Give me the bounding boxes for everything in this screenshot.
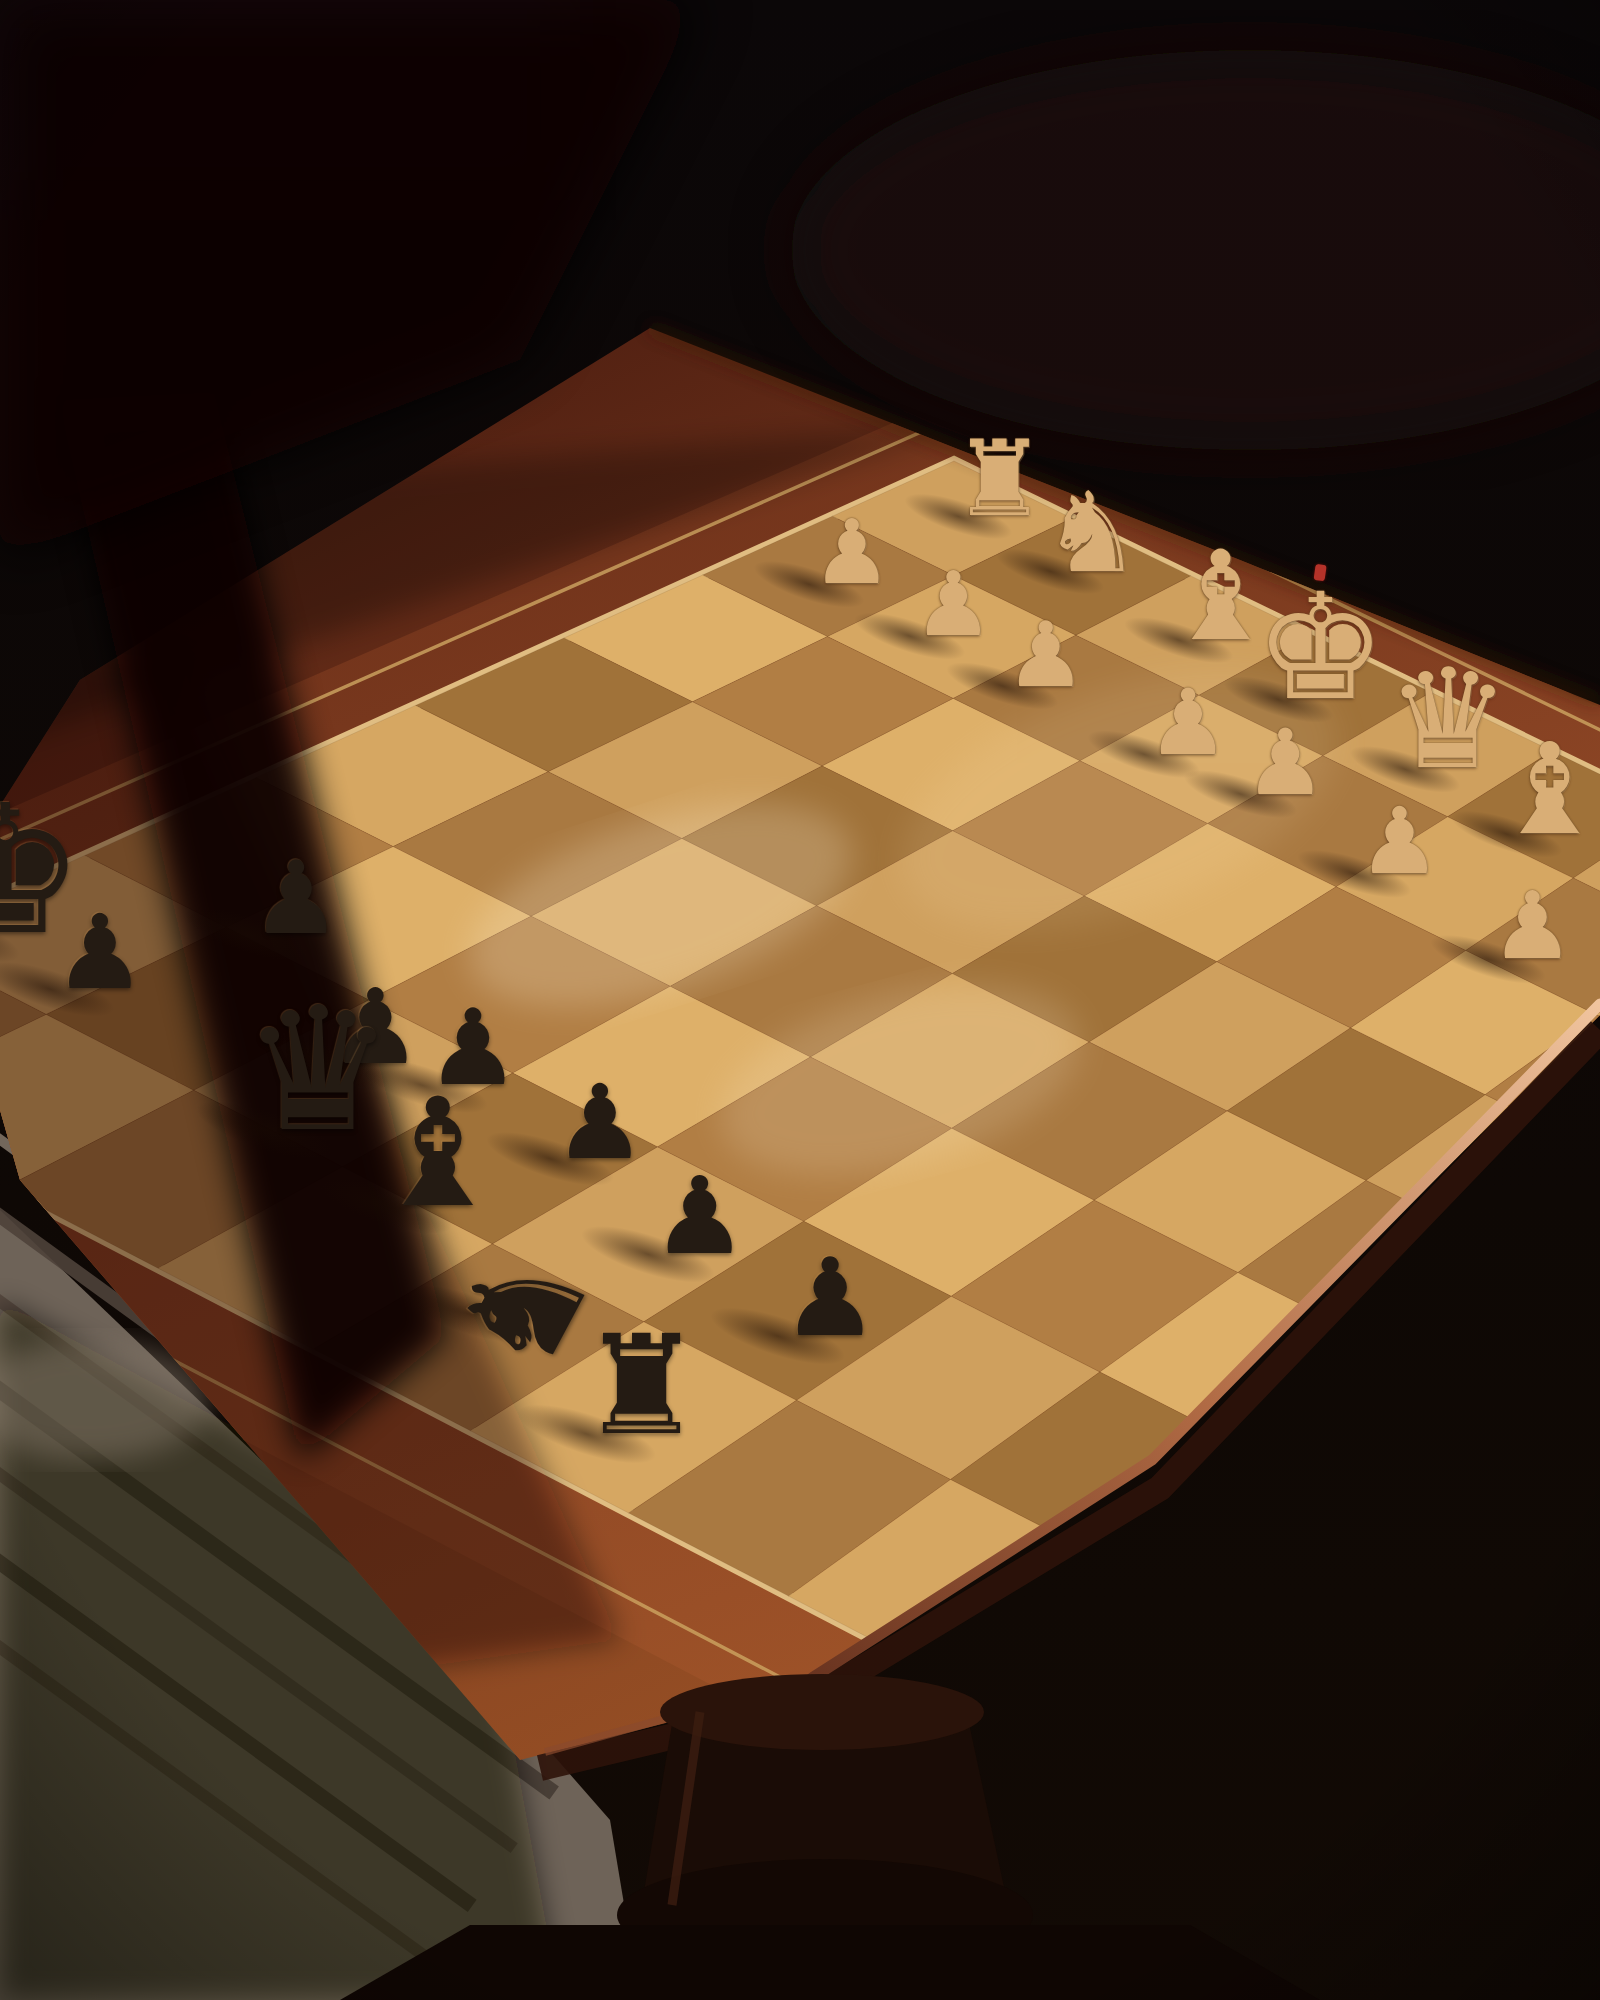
photo-scene: ♜♞♟♟♝♟♚♟♛♟♝♟♟♚♟♟♟♟♛♟♝♟♞♟♜ bbox=[0, 0, 1600, 2000]
scene-backdrop bbox=[0, 0, 1600, 2000]
vignette bbox=[0, 0, 1600, 2000]
